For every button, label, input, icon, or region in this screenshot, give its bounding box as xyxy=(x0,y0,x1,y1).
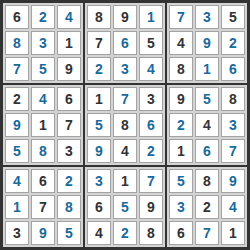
cell-r2c4[interactable]: 7 xyxy=(87,31,111,55)
cell-r6c7[interactable]: 1 xyxy=(169,139,193,163)
cell-r3c2[interactable]: 5 xyxy=(31,57,55,81)
cell-r4c2[interactable]: 4 xyxy=(31,87,55,111)
box-1-3: 735492816 xyxy=(166,2,248,84)
cell-r5c3[interactable]: 7 xyxy=(57,113,81,137)
cell-r7c5[interactable]: 1 xyxy=(113,169,137,193)
cell-r2c1[interactable]: 8 xyxy=(5,31,29,55)
cell-r9c1[interactable]: 3 xyxy=(5,221,29,245)
cell-r9c4[interactable]: 4 xyxy=(87,221,111,245)
cell-r7c3[interactable]: 2 xyxy=(57,169,81,193)
cell-r7c2[interactable]: 6 xyxy=(31,169,55,193)
box-2-2: 173586942 xyxy=(84,84,166,166)
cell-r1c6[interactable]: 1 xyxy=(139,5,163,29)
box-1-1: 624831759 xyxy=(2,2,84,84)
box-3-2: 317659428 xyxy=(84,166,166,248)
cell-r6c3[interactable]: 3 xyxy=(57,139,81,163)
cell-r1c4[interactable]: 8 xyxy=(87,5,111,29)
cell-r1c2[interactable]: 2 xyxy=(31,5,55,29)
cell-r9c9[interactable]: 1 xyxy=(221,221,245,245)
cell-r4c6[interactable]: 3 xyxy=(139,87,163,111)
cell-r5c7[interactable]: 2 xyxy=(169,113,193,137)
cell-r8c2[interactable]: 7 xyxy=(31,195,55,219)
cell-r3c3[interactable]: 9 xyxy=(57,57,81,81)
box-2-1: 246917583 xyxy=(2,84,84,166)
cell-r3c5[interactable]: 3 xyxy=(113,57,137,81)
cell-r6c8[interactable]: 6 xyxy=(195,139,219,163)
cell-r2c7[interactable]: 4 xyxy=(169,31,193,55)
cell-r5c1[interactable]: 9 xyxy=(5,113,29,137)
cell-r5c8[interactable]: 4 xyxy=(195,113,219,137)
cell-r3c7[interactable]: 8 xyxy=(169,57,193,81)
cell-r9c3[interactable]: 5 xyxy=(57,221,81,245)
cell-r3c6[interactable]: 4 xyxy=(139,57,163,81)
cell-r3c8[interactable]: 1 xyxy=(195,57,219,81)
cell-r4c1[interactable]: 2 xyxy=(5,87,29,111)
cell-r9c7[interactable]: 6 xyxy=(169,221,193,245)
cell-r3c4[interactable]: 2 xyxy=(87,57,111,81)
cell-r9c5[interactable]: 2 xyxy=(113,221,137,245)
cell-r8c9[interactable]: 4 xyxy=(221,195,245,219)
cell-r2c3[interactable]: 1 xyxy=(57,31,81,55)
cell-r2c6[interactable]: 5 xyxy=(139,31,163,55)
cell-r8c8[interactable]: 2 xyxy=(195,195,219,219)
cell-r7c7[interactable]: 5 xyxy=(169,169,193,193)
cell-r4c9[interactable]: 8 xyxy=(221,87,245,111)
cell-r8c1[interactable]: 1 xyxy=(5,195,29,219)
cell-r5c4[interactable]: 5 xyxy=(87,113,111,137)
cell-r4c7[interactable]: 9 xyxy=(169,87,193,111)
cell-r8c6[interactable]: 9 xyxy=(139,195,163,219)
cell-r2c5[interactable]: 6 xyxy=(113,31,137,55)
cell-r8c5[interactable]: 5 xyxy=(113,195,137,219)
cell-r1c1[interactable]: 6 xyxy=(5,5,29,29)
box-2-3: 958243167 xyxy=(166,84,248,166)
cell-r2c8[interactable]: 9 xyxy=(195,31,219,55)
cell-r9c6[interactable]: 8 xyxy=(139,221,163,245)
cell-r7c6[interactable]: 7 xyxy=(139,169,163,193)
cell-r1c9[interactable]: 5 xyxy=(221,5,245,29)
cell-r5c5[interactable]: 8 xyxy=(113,113,137,137)
cell-r2c9[interactable]: 2 xyxy=(221,31,245,55)
cell-r6c4[interactable]: 9 xyxy=(87,139,111,163)
cell-r1c5[interactable]: 9 xyxy=(113,5,137,29)
cell-r7c9[interactable]: 9 xyxy=(221,169,245,193)
cell-r5c9[interactable]: 3 xyxy=(221,113,245,137)
cell-r8c3[interactable]: 8 xyxy=(57,195,81,219)
cell-r7c4[interactable]: 3 xyxy=(87,169,111,193)
cell-r9c2[interactable]: 9 xyxy=(31,221,55,245)
cell-r4c4[interactable]: 1 xyxy=(87,87,111,111)
cell-r7c1[interactable]: 4 xyxy=(5,169,29,193)
cell-r6c9[interactable]: 7 xyxy=(221,139,245,163)
cell-r1c3[interactable]: 4 xyxy=(57,5,81,29)
cell-r6c5[interactable]: 4 xyxy=(113,139,137,163)
cell-r6c1[interactable]: 5 xyxy=(5,139,29,163)
cell-r6c2[interactable]: 8 xyxy=(31,139,55,163)
cell-r9c8[interactable]: 7 xyxy=(195,221,219,245)
sudoku-board: 6248317598917652347354928162469175831735… xyxy=(0,0,250,250)
cell-r7c8[interactable]: 8 xyxy=(195,169,219,193)
cell-r5c6[interactable]: 6 xyxy=(139,113,163,137)
box-3-1: 462178395 xyxy=(2,166,84,248)
box-1-2: 891765234 xyxy=(84,2,166,84)
cell-r1c7[interactable]: 7 xyxy=(169,5,193,29)
cell-r1c8[interactable]: 3 xyxy=(195,5,219,29)
cell-r8c7[interactable]: 3 xyxy=(169,195,193,219)
cell-r5c2[interactable]: 1 xyxy=(31,113,55,137)
cell-r4c3[interactable]: 6 xyxy=(57,87,81,111)
cell-r2c2[interactable]: 3 xyxy=(31,31,55,55)
cell-r3c9[interactable]: 6 xyxy=(221,57,245,81)
cell-r4c8[interactable]: 5 xyxy=(195,87,219,111)
box-3-3: 589324671 xyxy=(166,166,248,248)
cell-r3c1[interactable]: 7 xyxy=(5,57,29,81)
cell-r6c6[interactable]: 2 xyxy=(139,139,163,163)
cell-r8c4[interactable]: 6 xyxy=(87,195,111,219)
cell-r4c5[interactable]: 7 xyxy=(113,87,137,111)
